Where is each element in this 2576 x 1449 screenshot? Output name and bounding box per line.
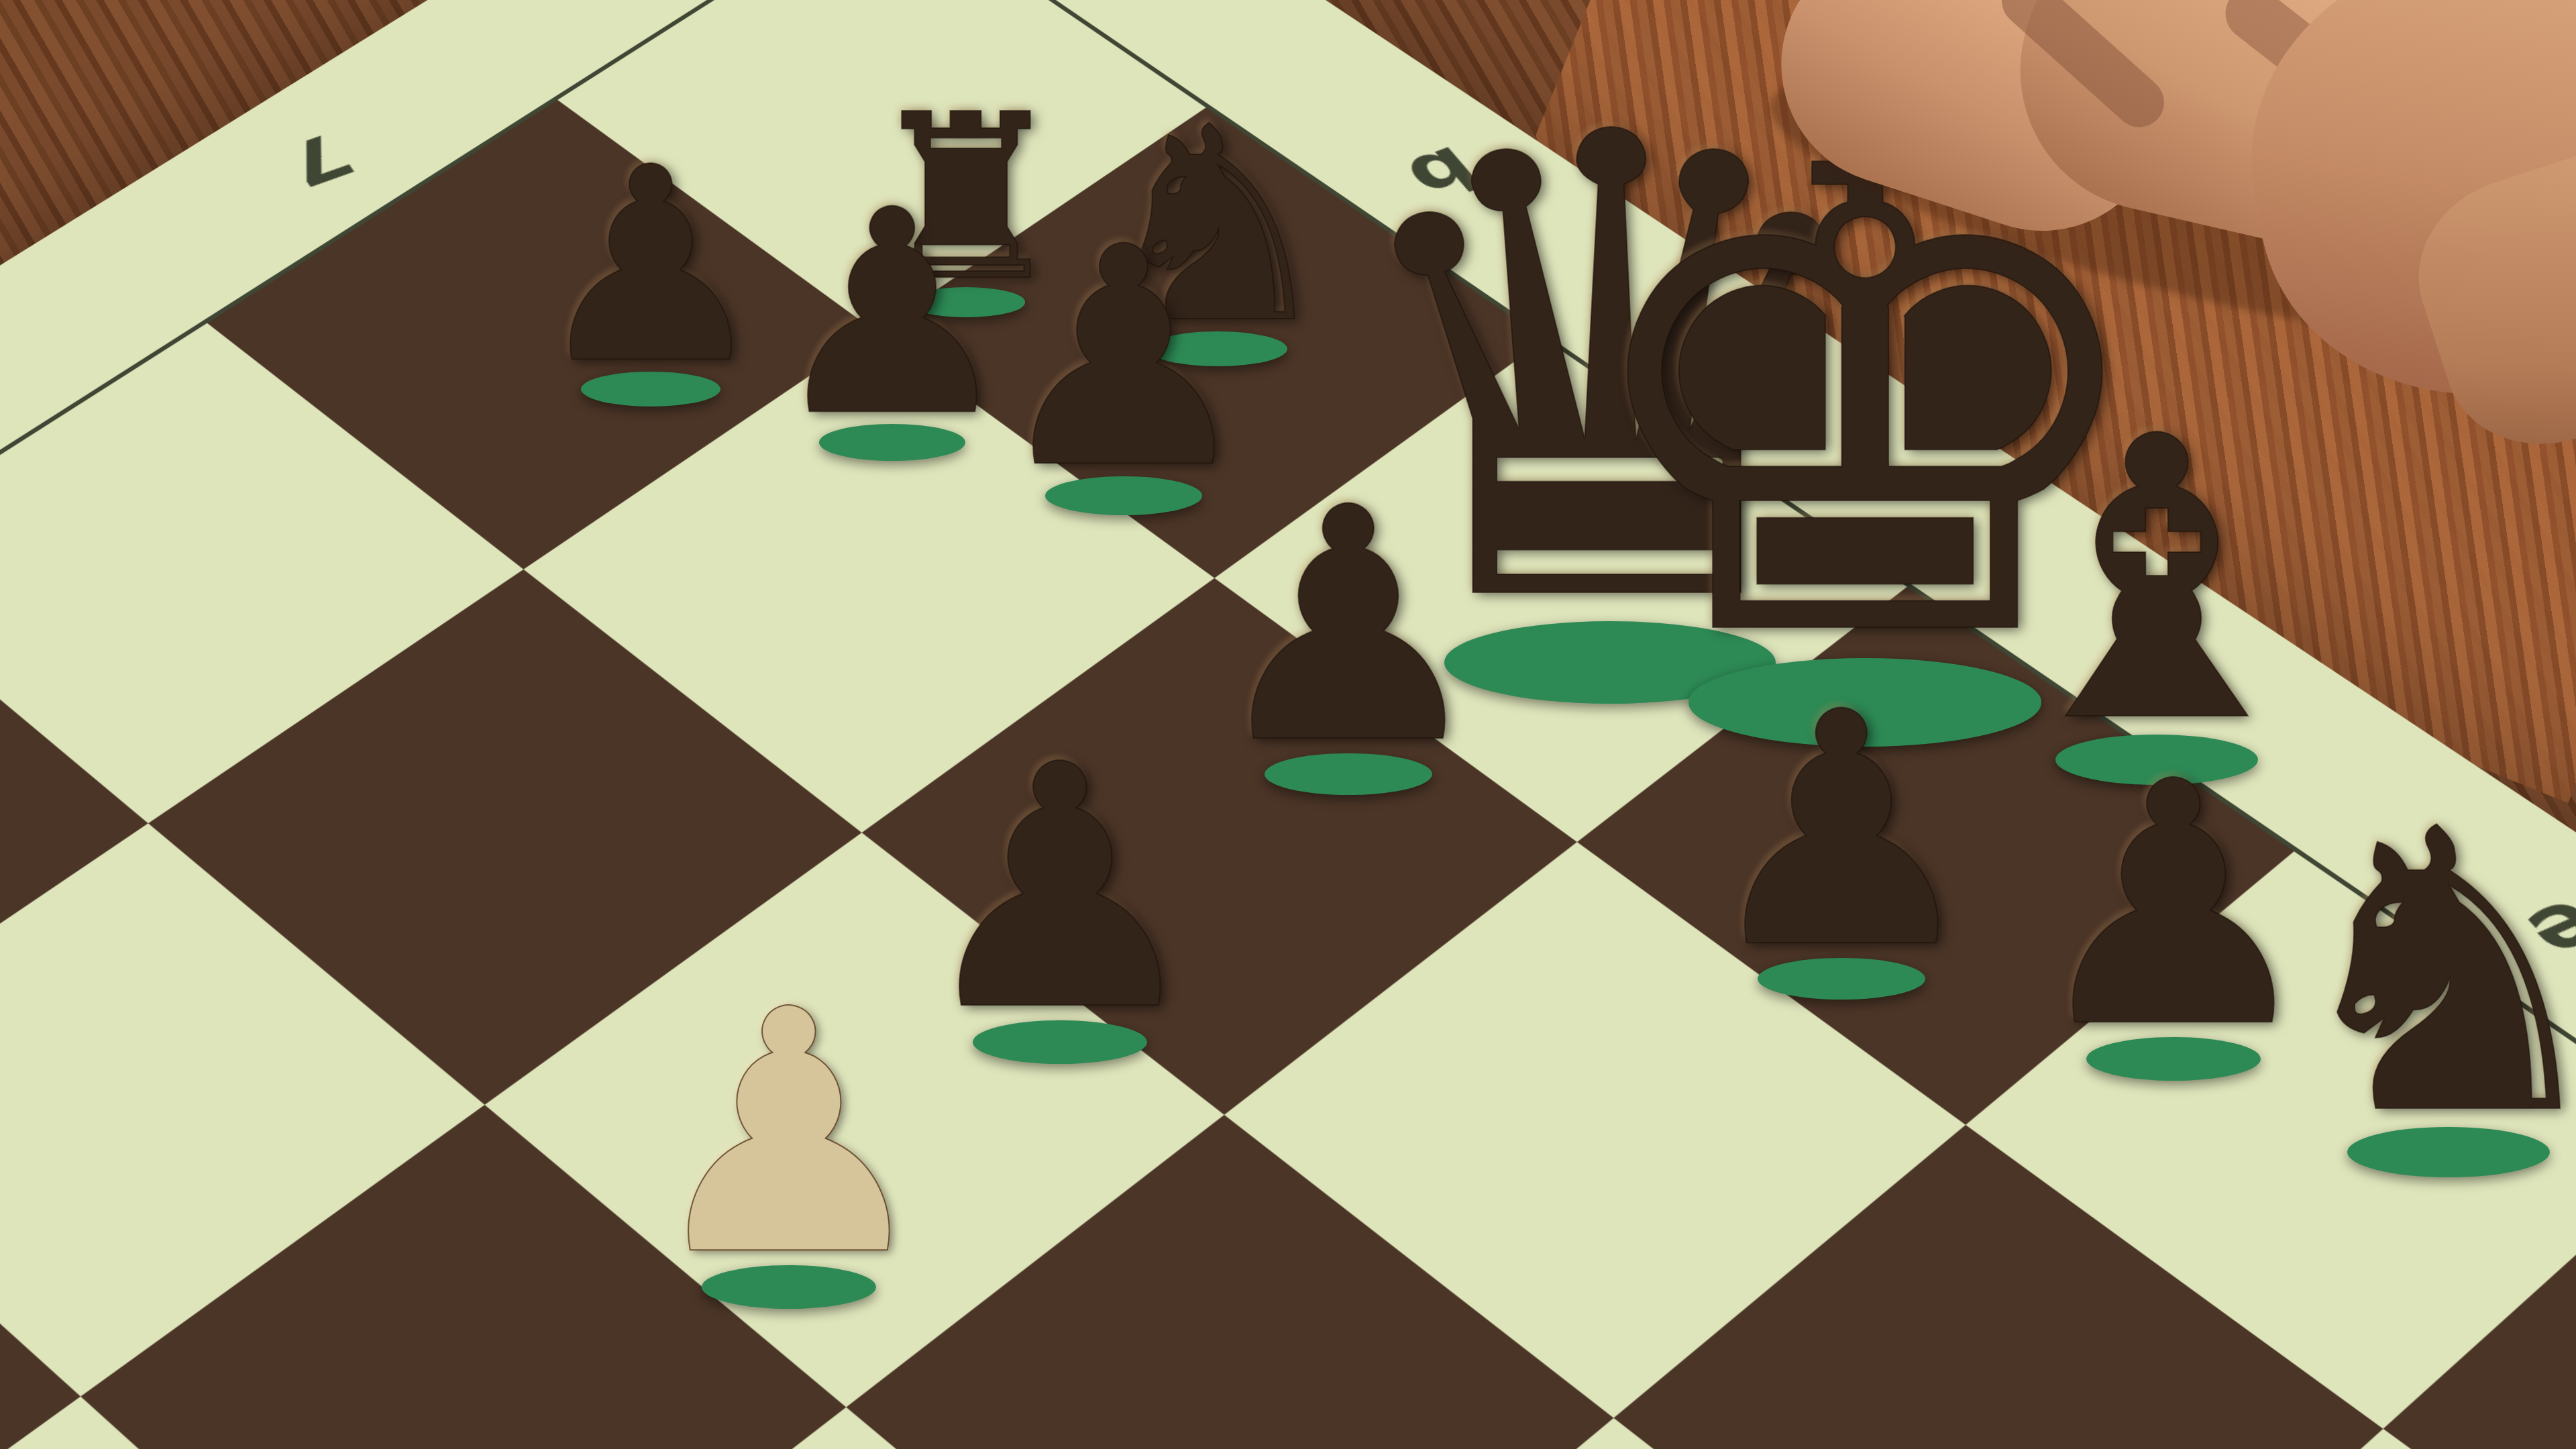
black-pawn-d7[interactable]: ♟ bbox=[1187, 466, 1509, 788]
black-knight-g8[interactable]: ♞ bbox=[2254, 780, 2576, 1169]
rank-label-7: 7 bbox=[246, 109, 390, 210]
rank-label-6: 6 bbox=[0, 333, 31, 440]
white-pawn-d5[interactable]: ♟ bbox=[621, 966, 957, 1301]
chess-photo-scene: 8877665544332211aabbccddeeffgghh ♜♞♟♟♟♛♚… bbox=[0, 0, 2576, 1449]
black-pawn-f7[interactable]: ♟ bbox=[1680, 670, 2002, 992]
black-pawn-a7[interactable]: ♟ bbox=[517, 132, 785, 400]
